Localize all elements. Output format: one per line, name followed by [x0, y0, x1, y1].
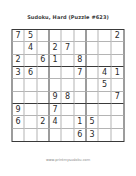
sudoku-cell-r3c6: 8	[74, 55, 86, 67]
sudoku-cell-r6c1[interactable]	[13, 92, 25, 104]
sudoku-cell-r9c1[interactable]	[13, 129, 25, 141]
sudoku-cell-r9c4[interactable]	[49, 129, 61, 141]
sudoku-cell-r7c8[interactable]	[99, 104, 111, 116]
sudoku-cell-r7c9[interactable]	[111, 104, 123, 116]
footer-url: www.printmysudoku.com	[0, 158, 136, 162]
sudoku-cell-r2c2: 4	[25, 42, 37, 54]
sudoku-cell-r8c3: 2	[37, 116, 49, 128]
sudoku-cell-r4c5[interactable]	[62, 67, 74, 79]
sudoku-cell-r4c4[interactable]	[49, 67, 61, 79]
sudoku-cell-r6c8[interactable]	[99, 92, 111, 104]
sudoku-cell-r7c5[interactable]	[62, 104, 74, 116]
sudoku-cell-r2c9[interactable]	[111, 42, 123, 54]
sudoku-cell-r5c8: 5	[99, 79, 111, 91]
sudoku-cell-r7c7[interactable]	[86, 104, 98, 116]
sudoku-cell-r4c7[interactable]	[86, 67, 98, 79]
sudoku-cell-r8c6: 1	[74, 116, 86, 128]
sudoku-cell-r7c3[interactable]	[37, 104, 49, 116]
sudoku-board: 7524272618367415987976241563	[12, 29, 125, 142]
sudoku-cell-r2c7[interactable]	[86, 42, 98, 54]
sudoku-cell-r8c1: 6	[13, 116, 25, 128]
sudoku-cell-r6c5: 8	[62, 92, 74, 104]
sudoku-cell-r1c6[interactable]	[74, 30, 86, 42]
sudoku-cell-r1c4[interactable]	[49, 30, 61, 42]
sudoku-cell-r3c7[interactable]	[86, 55, 98, 67]
sudoku-cell-r4c9: 1	[111, 67, 123, 79]
sudoku-cell-r3c4: 1	[49, 55, 61, 67]
sudoku-cell-r1c3[interactable]	[37, 30, 49, 42]
sudoku-cell-r9c7: 3	[86, 129, 98, 141]
puzzle-title: Sudoku, Hard (Puzzle #623)	[0, 14, 136, 20]
sudoku-cell-r3c2[interactable]	[25, 55, 37, 67]
sudoku-cell-r9c2[interactable]	[25, 129, 37, 141]
sudoku-cell-r4c3[interactable]	[37, 67, 49, 79]
sudoku-cell-r8c5[interactable]	[62, 116, 74, 128]
sudoku-cell-r6c3[interactable]	[37, 92, 49, 104]
sudoku-cell-r5c7[interactable]	[86, 79, 98, 91]
sudoku-cell-r4c2: 6	[25, 67, 37, 79]
sudoku-cell-r4c1: 3	[13, 67, 25, 79]
sudoku-cell-r3c3: 6	[37, 55, 49, 67]
sudoku-cell-r2c8[interactable]	[99, 42, 111, 54]
sudoku-cell-r6c7[interactable]	[86, 92, 98, 104]
sudoku-cell-r9c3[interactable]	[37, 129, 49, 141]
sudoku-cell-r8c9[interactable]	[111, 116, 123, 128]
sudoku-cell-r4c6: 7	[74, 67, 86, 79]
sudoku-cell-r4c8: 4	[99, 67, 111, 79]
sudoku-cell-r5c4[interactable]	[49, 79, 61, 91]
sudoku-cell-r1c5[interactable]	[62, 30, 74, 42]
sudoku-cell-r2c5: 7	[62, 42, 74, 54]
sudoku-cell-r8c4: 4	[49, 116, 61, 128]
sudoku-cell-r5c1[interactable]	[13, 79, 25, 91]
sudoku-cell-r9c5[interactable]	[62, 129, 74, 141]
sudoku-cell-r1c7[interactable]	[86, 30, 98, 42]
sudoku-cell-r5c5[interactable]	[62, 79, 74, 91]
sudoku-cell-r6c2[interactable]	[25, 92, 37, 104]
sudoku-cell-r7c1: 9	[13, 104, 25, 116]
sudoku-cell-r5c3[interactable]	[37, 79, 49, 91]
sudoku-cell-r9c9[interactable]	[111, 129, 123, 141]
sudoku-cell-r2c4: 2	[49, 42, 61, 54]
sudoku-cell-r1c9: 2	[111, 30, 123, 42]
sudoku-cell-r7c6[interactable]	[74, 104, 86, 116]
sudoku-cell-r1c2: 5	[25, 30, 37, 42]
sudoku-cell-r3c9[interactable]	[111, 55, 123, 67]
sudoku-cell-r5c6[interactable]	[74, 79, 86, 91]
sudoku-cell-r6c6[interactable]	[74, 92, 86, 104]
sudoku-cell-r8c7: 5	[86, 116, 98, 128]
sudoku-cell-r3c1: 2	[13, 55, 25, 67]
sudoku-cell-r7c4: 7	[49, 104, 61, 116]
sudoku-cell-r6c9: 7	[111, 92, 123, 104]
sudoku-cell-r9c8[interactable]	[99, 129, 111, 141]
sudoku-cell-r2c1[interactable]	[13, 42, 25, 54]
sudoku-cell-r8c8[interactable]	[99, 116, 111, 128]
sudoku-cell-r1c1: 7	[13, 30, 25, 42]
sudoku-cell-r8c2[interactable]	[25, 116, 37, 128]
sudoku-cell-r5c9[interactable]	[111, 79, 123, 91]
sudoku-cell-r3c8[interactable]	[99, 55, 111, 67]
sudoku-cell-r1c8[interactable]	[99, 30, 111, 42]
sudoku-cell-r6c4: 9	[49, 92, 61, 104]
sudoku-cell-r2c3[interactable]	[37, 42, 49, 54]
sudoku-cell-r7c2[interactable]	[25, 104, 37, 116]
sudoku-cell-r9c6: 6	[74, 129, 86, 141]
sudoku-cell-r5c2[interactable]	[25, 79, 37, 91]
sudoku-cell-r2c6[interactable]	[74, 42, 86, 54]
sudoku-cell-r3c5[interactable]	[62, 55, 74, 67]
